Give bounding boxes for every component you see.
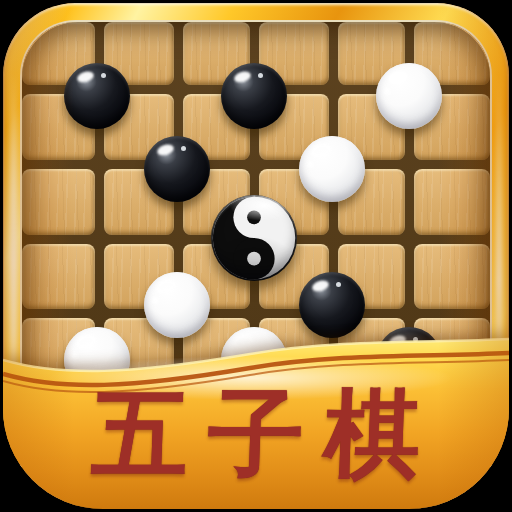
- white-stone: [144, 272, 210, 338]
- white-stone: [376, 63, 442, 129]
- black-stone: [299, 272, 365, 338]
- screenshot-canvas: 五子棋: [0, 0, 512, 512]
- taiji-stone: [211, 195, 297, 281]
- black-stone: [144, 136, 210, 202]
- taiji-gloss: [211, 195, 297, 281]
- app-icon[interactable]: 五子棋: [3, 3, 509, 509]
- white-stone: [299, 136, 365, 202]
- black-stone: [64, 63, 130, 129]
- black-stone: [221, 63, 287, 129]
- app-title: 五子棋: [3, 387, 509, 483]
